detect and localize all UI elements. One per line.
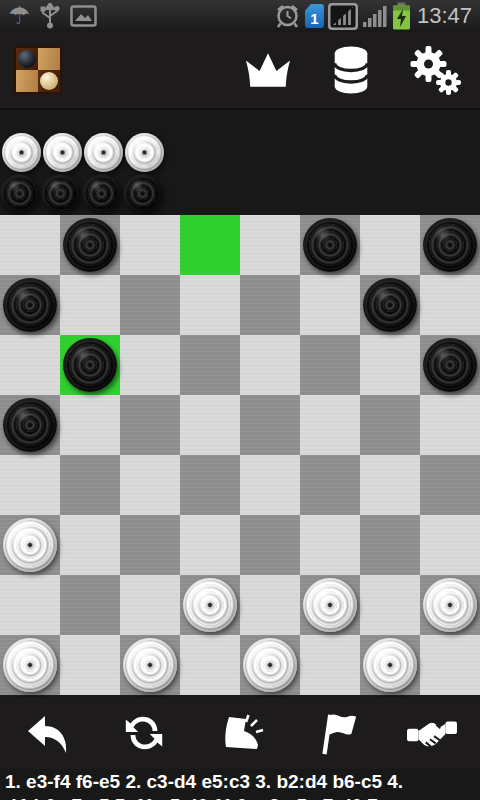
square-c8 — [120, 215, 180, 275]
draw-offer-button[interactable] — [404, 705, 460, 761]
checkers-app-icon[interactable] — [14, 46, 62, 94]
square-c3[interactable] — [120, 515, 180, 575]
move-list-line-1: 1. e3-f4 f6-e5 2. c3-d4 e5:c3 3. b2:d4 b… — [5, 770, 477, 794]
sim-notification-badge: 1 — [305, 4, 324, 28]
gears-icon — [408, 43, 462, 97]
square-f8[interactable] — [300, 215, 360, 275]
white-piece[interactable] — [423, 578, 477, 632]
captured-black-piece — [0, 174, 39, 213]
square-f6[interactable] — [300, 335, 360, 395]
square-a4 — [0, 455, 60, 515]
square-a3[interactable] — [0, 515, 60, 575]
kick-button[interactable] — [212, 705, 268, 761]
square-c2 — [120, 575, 180, 635]
crown-icon — [242, 49, 294, 91]
square-b7 — [60, 275, 120, 335]
app-icon-square — [38, 48, 60, 70]
database-icon — [328, 44, 374, 96]
crown-button[interactable] — [242, 49, 294, 91]
white-piece[interactable] — [183, 578, 237, 632]
undo-button[interactable] — [20, 705, 76, 761]
square-g7[interactable] — [360, 275, 420, 335]
status-clock: 13:47 — [415, 3, 476, 29]
square-b4[interactable] — [60, 455, 120, 515]
square-a5[interactable] — [0, 395, 60, 455]
resign-button[interactable] — [308, 705, 364, 761]
square-g8 — [360, 215, 420, 275]
square-g6 — [360, 335, 420, 395]
square-f1 — [300, 635, 360, 695]
captured-black-piece — [82, 174, 121, 213]
square-h5 — [420, 395, 480, 455]
settings-button[interactable] — [408, 43, 462, 97]
square-c5[interactable] — [120, 395, 180, 455]
square-e6 — [240, 335, 300, 395]
square-f3 — [300, 515, 360, 575]
move-list-line-2: d4:b6 c7:a5 5. f4-e5 d6:f4 6. g3:e5 e7-d… — [5, 794, 477, 800]
black-piece[interactable] — [423, 338, 477, 392]
captured-pieces-tray — [2, 133, 164, 213]
flag-icon — [313, 709, 359, 757]
square-d5 — [180, 395, 240, 455]
square-e2 — [240, 575, 300, 635]
square-h3 — [420, 515, 480, 575]
square-h1 — [420, 635, 480, 695]
square-g5[interactable] — [360, 395, 420, 455]
captured-white-piece — [2, 133, 41, 172]
square-d2[interactable] — [180, 575, 240, 635]
square-h2[interactable] — [420, 575, 480, 635]
square-f7 — [300, 275, 360, 335]
signal-bars-icon — [362, 3, 388, 29]
square-b6[interactable] — [60, 335, 120, 395]
black-piece[interactable] — [303, 218, 357, 272]
square-f4[interactable] — [300, 455, 360, 515]
square-h7 — [420, 275, 480, 335]
white-piece[interactable] — [3, 518, 57, 572]
square-c6 — [120, 335, 180, 395]
black-piece[interactable] — [363, 278, 417, 332]
gallery-icon — [70, 5, 97, 27]
handshake-icon — [406, 712, 458, 754]
square-b3 — [60, 515, 120, 575]
black-piece[interactable] — [3, 278, 57, 332]
square-b8[interactable] — [60, 215, 120, 275]
boot-kick-icon — [215, 711, 265, 755]
battery-charging-icon — [392, 2, 411, 30]
square-d4[interactable] — [180, 455, 240, 515]
undo-arrow-icon — [24, 710, 72, 756]
square-e7[interactable] — [240, 275, 300, 335]
black-piece[interactable] — [63, 218, 117, 272]
square-g1[interactable] — [360, 635, 420, 695]
umbrella-icon: ☂ — [8, 0, 30, 32]
captured-white-piece — [84, 133, 123, 172]
action-bar — [0, 32, 480, 110]
black-piece[interactable] — [63, 338, 117, 392]
board — [0, 215, 480, 695]
square-e4 — [240, 455, 300, 515]
square-e8 — [240, 215, 300, 275]
square-e1[interactable] — [240, 635, 300, 695]
square-d6[interactable] — [180, 335, 240, 395]
usb-icon — [39, 3, 61, 29]
captured-black-piece — [123, 174, 162, 213]
black-piece[interactable] — [423, 218, 477, 272]
square-d1 — [180, 635, 240, 695]
square-b2[interactable] — [60, 575, 120, 635]
square-f5 — [300, 395, 360, 455]
sim-badge-count: 1 — [310, 10, 318, 27]
square-a6 — [0, 335, 60, 395]
refresh-arrows-icon — [121, 709, 167, 757]
app-icon-square — [16, 70, 38, 92]
square-a7[interactable] — [0, 275, 60, 335]
square-b1 — [60, 635, 120, 695]
square-a1[interactable] — [0, 635, 60, 695]
captured-black-row — [0, 174, 164, 213]
white-piece[interactable] — [123, 638, 177, 692]
checkers-app-screen: ☂ 1 — [0, 0, 480, 800]
square-c7[interactable] — [120, 275, 180, 335]
square-h6[interactable] — [420, 335, 480, 395]
square-d7 — [180, 275, 240, 335]
mobile-signal-tile-icon — [328, 3, 358, 30]
captured-white-piece — [43, 133, 82, 172]
white-piece[interactable] — [243, 638, 297, 692]
captured-black-piece — [41, 174, 80, 213]
captured-white-row — [2, 133, 164, 172]
restart-button[interactable] — [116, 705, 172, 761]
app-icon-square — [16, 48, 38, 70]
captured-white-piece — [125, 133, 164, 172]
white-piece[interactable] — [363, 638, 417, 692]
white-piece[interactable] — [303, 578, 357, 632]
square-a2 — [0, 575, 60, 635]
square-d3 — [180, 515, 240, 575]
square-f2[interactable] — [300, 575, 360, 635]
square-e5[interactable] — [240, 395, 300, 455]
square-c1[interactable] — [120, 635, 180, 695]
bottom-toolbar — [0, 697, 480, 769]
square-e3[interactable] — [240, 515, 300, 575]
square-h8[interactable] — [420, 215, 480, 275]
square-h4[interactable] — [420, 455, 480, 515]
database-button[interactable] — [328, 44, 374, 96]
status-bar: ☂ 1 — [0, 0, 480, 32]
alarm-clock-icon — [274, 2, 301, 30]
square-d8[interactable] — [180, 215, 240, 275]
black-piece[interactable] — [3, 398, 57, 452]
square-a8 — [0, 215, 60, 275]
square-b5 — [60, 395, 120, 455]
square-g3[interactable] — [360, 515, 420, 575]
move-list: 1. e3-f4 f6-e5 2. c3-d4 e5:c3 3. b2:d4 b… — [5, 770, 477, 800]
square-c4 — [120, 455, 180, 515]
white-piece[interactable] — [3, 638, 57, 692]
square-g2 — [360, 575, 420, 635]
square-g4 — [360, 455, 420, 515]
app-icon-square — [38, 70, 60, 92]
